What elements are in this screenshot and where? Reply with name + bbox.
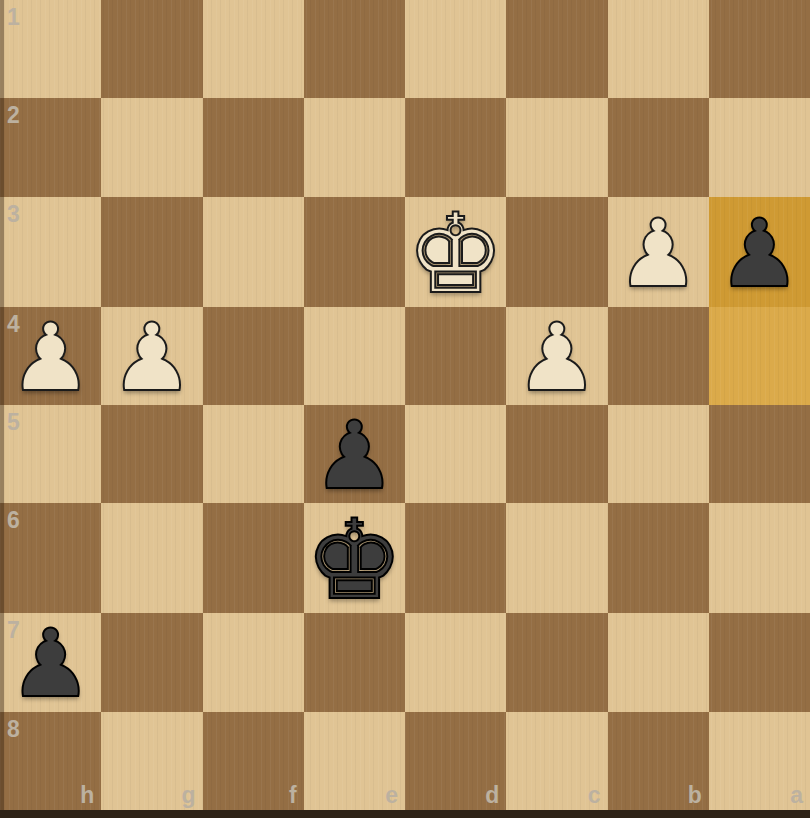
white-pawn[interactable]: ♟ xyxy=(515,311,599,405)
square-d1[interactable] xyxy=(405,0,506,98)
square-d5[interactable] xyxy=(405,405,506,503)
rank-label-5: 5 xyxy=(7,411,20,434)
square-h6[interactable]: 6 xyxy=(0,503,101,613)
square-b2[interactable] xyxy=(608,98,709,196)
board-squares: 123♚♟♟4♟♟♟5♟6♚7♟8hgfedcba xyxy=(0,0,810,810)
square-c7[interactable] xyxy=(506,613,607,711)
square-f2[interactable] xyxy=(203,98,304,196)
square-d2[interactable] xyxy=(405,98,506,196)
white-pawn[interactable]: ♟ xyxy=(616,207,700,301)
black-king[interactable]: ♚ xyxy=(305,505,404,615)
rank-label-2: 2 xyxy=(7,104,20,127)
square-g3[interactable] xyxy=(101,197,202,307)
square-f7[interactable] xyxy=(203,613,304,711)
square-a6[interactable] xyxy=(709,503,810,613)
square-g6[interactable] xyxy=(101,503,202,613)
square-c4[interactable]: ♟ xyxy=(506,307,607,405)
square-g4[interactable]: ♟ xyxy=(101,307,202,405)
white-king[interactable]: ♚ xyxy=(406,199,505,309)
square-e6[interactable]: ♚ xyxy=(304,503,405,613)
square-g1[interactable] xyxy=(101,0,202,98)
square-b4[interactable] xyxy=(608,307,709,405)
square-c6[interactable] xyxy=(506,503,607,613)
square-a4[interactable] xyxy=(709,307,810,405)
file-label-b: b xyxy=(688,784,702,807)
rank-label-6: 6 xyxy=(7,509,20,532)
square-e5[interactable]: ♟ xyxy=(304,405,405,503)
square-a5[interactable] xyxy=(709,405,810,503)
square-c1[interactable] xyxy=(506,0,607,98)
square-e4[interactable] xyxy=(304,307,405,405)
square-d6[interactable] xyxy=(405,503,506,613)
square-f3[interactable] xyxy=(203,197,304,307)
square-c5[interactable] xyxy=(506,405,607,503)
square-h8[interactable]: 8h xyxy=(0,712,101,810)
square-b3[interactable]: ♟ xyxy=(608,197,709,307)
square-h1[interactable]: 1 xyxy=(0,0,101,98)
square-h7[interactable]: 7♟ xyxy=(0,613,101,711)
black-pawn[interactable]: ♟ xyxy=(717,207,801,301)
white-pawn[interactable]: ♟ xyxy=(110,311,194,405)
rank-label-1: 1 xyxy=(7,6,20,29)
square-d7[interactable] xyxy=(405,613,506,711)
square-a3[interactable]: ♟ xyxy=(709,197,810,307)
square-f4[interactable] xyxy=(203,307,304,405)
square-e2[interactable] xyxy=(304,98,405,196)
file-label-c: c xyxy=(588,784,601,807)
square-h4[interactable]: 4♟ xyxy=(0,307,101,405)
square-d4[interactable] xyxy=(405,307,506,405)
square-f5[interactable] xyxy=(203,405,304,503)
file-label-d: d xyxy=(485,784,499,807)
square-b5[interactable] xyxy=(608,405,709,503)
square-b6[interactable] xyxy=(608,503,709,613)
square-e7[interactable] xyxy=(304,613,405,711)
square-e8[interactable]: e xyxy=(304,712,405,810)
square-a2[interactable] xyxy=(709,98,810,196)
square-f1[interactable] xyxy=(203,0,304,98)
square-a8[interactable]: a xyxy=(709,712,810,810)
square-h2[interactable]: 2 xyxy=(0,98,101,196)
square-g8[interactable]: g xyxy=(101,712,202,810)
square-f6[interactable] xyxy=(203,503,304,613)
square-a1[interactable] xyxy=(709,0,810,98)
square-h5[interactable]: 5 xyxy=(0,405,101,503)
square-b7[interactable] xyxy=(608,613,709,711)
file-label-h: h xyxy=(80,784,94,807)
file-label-a: a xyxy=(790,784,803,807)
rank-label-8: 8 xyxy=(7,718,20,741)
square-a7[interactable] xyxy=(709,613,810,711)
square-d3[interactable]: ♚ xyxy=(405,197,506,307)
square-d8[interactable]: d xyxy=(405,712,506,810)
square-f8[interactable]: f xyxy=(203,712,304,810)
board-bottom-edge xyxy=(0,810,810,818)
file-label-e: e xyxy=(385,784,398,807)
file-label-f: f xyxy=(289,784,297,807)
square-b8[interactable]: b xyxy=(608,712,709,810)
rank-label-3: 3 xyxy=(7,203,20,226)
black-pawn[interactable]: ♟ xyxy=(312,409,396,503)
square-c3[interactable] xyxy=(506,197,607,307)
square-g5[interactable] xyxy=(101,405,202,503)
square-b1[interactable] xyxy=(608,0,709,98)
black-pawn[interactable]: ♟ xyxy=(8,617,92,711)
chess-board: 123♚♟♟4♟♟♟5♟6♚7♟8hgfedcba xyxy=(0,0,810,818)
square-e1[interactable] xyxy=(304,0,405,98)
square-c8[interactable]: c xyxy=(506,712,607,810)
white-pawn[interactable]: ♟ xyxy=(8,311,92,405)
square-h3[interactable]: 3 xyxy=(0,197,101,307)
square-g2[interactable] xyxy=(101,98,202,196)
square-e3[interactable] xyxy=(304,197,405,307)
square-g7[interactable] xyxy=(101,613,202,711)
square-c2[interactable] xyxy=(506,98,607,196)
file-label-g: g xyxy=(181,784,195,807)
